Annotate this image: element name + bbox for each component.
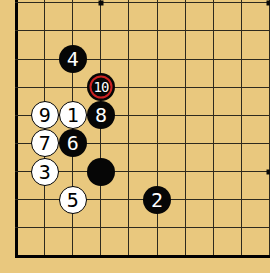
go-diagram: 12345678910 — [0, 0, 270, 273]
move-number: 3 — [39, 162, 51, 182]
star-point — [267, 0, 270, 5]
grid-line-horizontal — [15, 30, 270, 31]
move-number: 6 — [67, 133, 79, 153]
go-board[interactable]: 12345678910 — [0, 0, 270, 273]
stone-white-9[interactable]: 9 — [31, 101, 59, 129]
grid-line-horizontal — [15, 59, 270, 60]
move-number: 9 — [39, 105, 51, 125]
board-left-edge-line — [15, 0, 18, 258]
move-number: 5 — [67, 190, 79, 210]
stone-white-1[interactable]: 1 — [59, 101, 87, 129]
grid-line-horizontal — [15, 227, 270, 228]
grid-line-vertical — [213, 0, 214, 258]
grid-line-vertical — [185, 0, 186, 258]
stone-black-hoshi[interactable] — [87, 158, 115, 186]
move-number: 1 — [67, 105, 79, 125]
move-number: 7 — [39, 133, 51, 153]
grid-line-vertical — [269, 0, 270, 258]
grid-line-horizontal — [15, 2, 270, 3]
grid-line-vertical — [241, 0, 242, 258]
stone-black-2[interactable]: 2 — [143, 186, 171, 214]
grid-line-horizontal — [15, 87, 270, 88]
move-number: 4 — [67, 49, 79, 69]
stone-white-5[interactable]: 5 — [59, 186, 87, 214]
move-number: 8 — [95, 105, 107, 125]
stone-white-7[interactable]: 7 — [31, 129, 59, 157]
grid-line-vertical — [128, 0, 129, 258]
board-bottom-edge-line — [15, 255, 270, 258]
stone-black-10[interactable]: 10 — [87, 73, 115, 101]
stone-black-8[interactable]: 8 — [87, 101, 115, 129]
stone-black-6[interactable]: 6 — [59, 129, 87, 157]
stone-black-4[interactable]: 4 — [59, 45, 87, 73]
move-number: 2 — [151, 190, 163, 210]
star-point — [267, 169, 270, 174]
star-point — [98, 0, 103, 5]
move-number: 10 — [93, 80, 108, 94]
stone-white-3[interactable]: 3 — [31, 158, 59, 186]
grid-line-vertical — [157, 0, 158, 258]
